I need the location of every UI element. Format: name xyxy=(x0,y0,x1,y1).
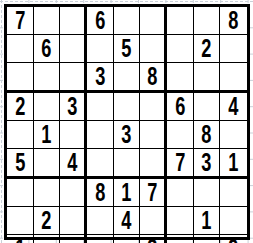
cell-r2c6[interactable] xyxy=(140,35,167,63)
cell-r4c7[interactable]: 6 xyxy=(167,93,194,121)
cell-r7c8[interactable] xyxy=(194,179,221,207)
cell-r4c1[interactable]: 2 xyxy=(7,93,34,121)
cell-r6c4[interactable] xyxy=(87,149,114,179)
cell-r2c8[interactable]: 2 xyxy=(194,35,221,63)
cell-r9c6[interactable]: 3 xyxy=(140,235,167,243)
cell-r7c6[interactable]: 7 xyxy=(140,179,167,207)
cell-digit: 5 xyxy=(15,149,25,176)
cell-r3c2[interactable] xyxy=(34,63,61,93)
cell-r7c5[interactable]: 1 xyxy=(114,179,141,207)
cell-r5c9[interactable] xyxy=(220,121,247,149)
cell-r1c8[interactable] xyxy=(194,7,221,35)
cell-digit: 4 xyxy=(229,93,239,120)
cell-r9c8[interactable] xyxy=(194,235,221,243)
cell-r5c6[interactable] xyxy=(140,121,167,149)
cell-r9c2[interactable] xyxy=(34,235,61,243)
cell-r2c1[interactable] xyxy=(7,35,34,63)
cell-digit: 3 xyxy=(121,121,131,148)
cell-digit: 4 xyxy=(121,207,131,234)
cell-r3c1[interactable] xyxy=(7,63,34,93)
cell-digit: 4 xyxy=(67,149,77,176)
cell-digit: 1 xyxy=(41,121,51,148)
cell-digit: 2 xyxy=(201,35,211,62)
cell-digit: 8 xyxy=(147,63,157,90)
cell-r8c5[interactable]: 4 xyxy=(114,207,141,235)
cell-r5c7[interactable] xyxy=(167,121,194,149)
cell-r8c6[interactable] xyxy=(140,207,167,235)
cell-r9c3[interactable] xyxy=(60,235,87,243)
cell-digit: 7 xyxy=(147,179,157,206)
cell-digit: 2 xyxy=(15,93,25,120)
cell-r9c9[interactable]: 9 xyxy=(220,235,247,243)
cell-r3c5[interactable] xyxy=(114,63,141,93)
cell-r3c4[interactable]: 3 xyxy=(87,63,114,93)
cell-r5c1[interactable] xyxy=(7,121,34,149)
cell-r6c6[interactable] xyxy=(140,149,167,179)
cell-r2c9[interactable] xyxy=(220,35,247,63)
cell-r6c2[interactable] xyxy=(34,149,61,179)
sudoku-screenshot: 76865238236413854731817241139 xyxy=(0,0,253,243)
cell-r1c5[interactable] xyxy=(114,7,141,35)
cell-digit: 6 xyxy=(175,93,185,120)
cell-r3c3[interactable] xyxy=(60,63,87,93)
cell-r2c7[interactable] xyxy=(167,35,194,63)
cell-r1c1[interactable]: 7 xyxy=(7,7,34,35)
cell-r4c5[interactable] xyxy=(114,93,141,121)
cell-r7c2[interactable] xyxy=(34,179,61,207)
cell-digit: 7 xyxy=(15,7,25,34)
cell-r6c9[interactable]: 1 xyxy=(220,149,247,179)
cell-digit: 8 xyxy=(95,179,105,206)
cell-r8c7[interactable] xyxy=(167,207,194,235)
cell-r1c3[interactable] xyxy=(60,7,87,35)
cell-r8c4[interactable] xyxy=(87,207,114,235)
cell-r7c3[interactable] xyxy=(60,179,87,207)
cell-digit: 1 xyxy=(15,235,25,243)
cell-digit: 5 xyxy=(121,35,131,62)
cell-digit: 3 xyxy=(201,149,211,176)
cell-r8c3[interactable] xyxy=(60,207,87,235)
cell-digit: 1 xyxy=(121,179,131,206)
cell-r8c8[interactable]: 1 xyxy=(194,207,221,235)
cell-digit: 8 xyxy=(201,121,211,148)
cell-r2c4[interactable] xyxy=(87,35,114,63)
cell-r5c3[interactable] xyxy=(60,121,87,149)
cell-r4c4[interactable] xyxy=(87,93,114,121)
cell-r8c2[interactable]: 2 xyxy=(34,207,61,235)
cell-r6c7[interactable]: 7 xyxy=(167,149,194,179)
cell-r7c4[interactable]: 8 xyxy=(87,179,114,207)
cell-r8c9[interactable] xyxy=(220,207,247,235)
cell-r1c4[interactable]: 6 xyxy=(87,7,114,35)
cell-r4c6[interactable] xyxy=(140,93,167,121)
cell-r4c9[interactable]: 4 xyxy=(220,93,247,121)
cell-r7c1[interactable] xyxy=(7,179,34,207)
cell-r2c5[interactable]: 5 xyxy=(114,35,141,63)
cell-r2c2[interactable]: 6 xyxy=(34,35,61,63)
cell-digit: 2 xyxy=(41,207,51,234)
cell-digit: 9 xyxy=(229,235,239,243)
cell-digit: 1 xyxy=(229,149,239,176)
cell-r5c8[interactable]: 8 xyxy=(194,121,221,149)
cell-r5c2[interactable]: 1 xyxy=(34,121,61,149)
cell-r1c9[interactable]: 8 xyxy=(220,7,247,35)
cell-digit: 3 xyxy=(95,63,105,90)
cell-r7c9[interactable] xyxy=(220,179,247,207)
cell-r8c1[interactable] xyxy=(7,207,34,235)
cell-digit: 3 xyxy=(147,235,157,243)
cell-r6c5[interactable] xyxy=(114,149,141,179)
cell-r4c8[interactable] xyxy=(194,93,221,121)
cell-r3c6[interactable]: 8 xyxy=(140,63,167,93)
cell-r9c1[interactable]: 1 xyxy=(7,235,34,243)
cell-digit: 7 xyxy=(175,149,185,176)
cell-r6c8[interactable]: 3 xyxy=(194,149,221,179)
cell-r6c1[interactable]: 5 xyxy=(7,149,34,179)
cell-digit: 3 xyxy=(67,93,77,120)
cell-r3c9[interactable] xyxy=(220,63,247,93)
cell-r6c3[interactable]: 4 xyxy=(60,149,87,179)
cell-digit: 8 xyxy=(229,7,239,34)
cell-r9c7[interactable] xyxy=(167,235,194,243)
cell-r1c7[interactable] xyxy=(167,7,194,35)
cell-r3c7[interactable] xyxy=(167,63,194,93)
cell-r4c3[interactable]: 3 xyxy=(60,93,87,121)
cell-r1c2[interactable] xyxy=(34,7,61,35)
cell-r9c5[interactable] xyxy=(114,235,141,243)
cell-r5c5[interactable]: 3 xyxy=(114,121,141,149)
cell-digit: 6 xyxy=(41,35,51,62)
cell-r5c4[interactable] xyxy=(87,121,114,149)
cell-r3c8[interactable] xyxy=(194,63,221,93)
sudoku-board: 76865238236413854731817241139 xyxy=(4,4,250,240)
cell-r7c7[interactable] xyxy=(167,179,194,207)
cell-digit: 1 xyxy=(201,207,211,234)
cell-r4c2[interactable] xyxy=(34,93,61,121)
cell-r9c4[interactable] xyxy=(87,235,114,243)
cell-digit: 6 xyxy=(95,7,105,34)
cell-r2c3[interactable] xyxy=(60,35,87,63)
cell-r1c6[interactable] xyxy=(140,7,167,35)
